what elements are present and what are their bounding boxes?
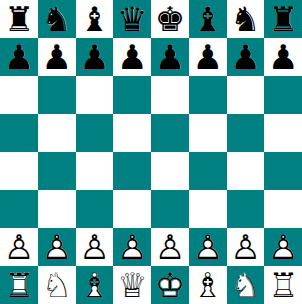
white-bishop-icon: ♗	[76, 266, 114, 304]
square-d6[interactable]	[113, 76, 151, 114]
square-g5[interactable]	[227, 114, 265, 152]
black-rook-icon: ♜	[264, 0, 302, 38]
black-pawn-icon: ♟	[227, 38, 265, 76]
square-d1[interactable]: ♛♕	[113, 266, 151, 304]
square-a1[interactable]: ♜♖	[0, 266, 38, 304]
square-a3[interactable]	[0, 190, 38, 228]
square-e3[interactable]	[151, 190, 189, 228]
white-queen-icon: ♕	[113, 266, 151, 304]
square-b4[interactable]	[38, 152, 76, 190]
black-knight-icon: ♞	[38, 0, 76, 38]
white-rook-icon: ♖	[0, 266, 38, 304]
black-rook-icon: ♜	[0, 0, 38, 38]
black-queen-icon: ♛	[113, 0, 151, 38]
square-c6[interactable]	[76, 76, 114, 114]
square-f4[interactable]	[189, 152, 227, 190]
square-c7[interactable]: ♙♟	[76, 38, 114, 76]
square-f2[interactable]: ♟♙	[189, 228, 227, 266]
square-f3[interactable]	[189, 190, 227, 228]
square-g7[interactable]: ♙♟	[227, 38, 265, 76]
square-h1[interactable]: ♜♖	[264, 266, 302, 304]
square-d4[interactable]	[113, 152, 151, 190]
square-b6[interactable]	[38, 76, 76, 114]
square-a8[interactable]: ♖♜	[0, 0, 38, 38]
white-pawn-icon: ♙	[76, 228, 114, 266]
square-g3[interactable]	[227, 190, 265, 228]
square-a4[interactable]	[0, 152, 38, 190]
square-d3[interactable]	[113, 190, 151, 228]
square-e4[interactable]	[151, 152, 189, 190]
square-c8[interactable]: ♗♝	[76, 0, 114, 38]
square-a2[interactable]: ♟♙	[0, 228, 38, 266]
square-e6[interactable]	[151, 76, 189, 114]
square-f5[interactable]	[189, 114, 227, 152]
white-pawn-icon: ♙	[38, 228, 76, 266]
square-e1[interactable]: ♚♔	[151, 266, 189, 304]
black-pawn-icon: ♟	[151, 38, 189, 76]
square-e2[interactable]: ♟♙	[151, 228, 189, 266]
black-bishop-icon: ♝	[76, 0, 114, 38]
square-h5[interactable]	[264, 114, 302, 152]
square-b7[interactable]: ♙♟	[38, 38, 76, 76]
white-knight-icon: ♘	[38, 266, 76, 304]
square-h6[interactable]	[264, 76, 302, 114]
square-c2[interactable]: ♟♙	[76, 228, 114, 266]
white-pawn-icon: ♙	[151, 228, 189, 266]
white-pawn-icon: ♙	[227, 228, 265, 266]
square-e8[interactable]: ♔♚	[151, 0, 189, 38]
white-pawn-icon: ♙	[189, 228, 227, 266]
square-d7[interactable]: ♙♟	[113, 38, 151, 76]
white-rook-icon: ♖	[264, 266, 302, 304]
square-h4[interactable]	[264, 152, 302, 190]
square-g1[interactable]: ♞♘	[227, 266, 265, 304]
square-f8[interactable]: ♗♝	[189, 0, 227, 38]
white-pawn-icon: ♙	[113, 228, 151, 266]
square-c5[interactable]	[76, 114, 114, 152]
square-h3[interactable]	[264, 190, 302, 228]
black-pawn-icon: ♟	[264, 38, 302, 76]
square-e5[interactable]	[151, 114, 189, 152]
black-bishop-icon: ♝	[189, 0, 227, 38]
square-e7[interactable]: ♙♟	[151, 38, 189, 76]
square-c3[interactable]	[76, 190, 114, 228]
square-a5[interactable]	[0, 114, 38, 152]
square-g2[interactable]: ♟♙	[227, 228, 265, 266]
black-knight-icon: ♞	[227, 0, 265, 38]
square-d8[interactable]: ♕♛	[113, 0, 151, 38]
square-f1[interactable]: ♝♗	[189, 266, 227, 304]
black-king-icon: ♚	[151, 0, 189, 38]
white-pawn-icon: ♙	[0, 228, 38, 266]
black-pawn-icon: ♟	[76, 38, 114, 76]
square-d5[interactable]	[113, 114, 151, 152]
square-f7[interactable]: ♙♟	[189, 38, 227, 76]
square-g4[interactable]	[227, 152, 265, 190]
square-a6[interactable]	[0, 76, 38, 114]
square-h8[interactable]: ♖♜	[264, 0, 302, 38]
square-d2[interactable]: ♟♙	[113, 228, 151, 266]
square-g6[interactable]	[227, 76, 265, 114]
square-g8[interactable]: ♘♞	[227, 0, 265, 38]
square-b1[interactable]: ♞♘	[38, 266, 76, 304]
square-b8[interactable]: ♘♞	[38, 0, 76, 38]
square-c4[interactable]	[76, 152, 114, 190]
black-pawn-icon: ♟	[189, 38, 227, 76]
square-a7[interactable]: ♙♟	[0, 38, 38, 76]
chess-board: ♖♜♘♞♗♝♕♛♔♚♗♝♘♞♖♜♙♟♙♟♙♟♙♟♙♟♙♟♙♟♙♟♟♙♟♙♟♙♟♙…	[0, 0, 302, 304]
square-h2[interactable]: ♟♙	[264, 228, 302, 266]
white-king-icon: ♔	[151, 266, 189, 304]
square-b3[interactable]	[38, 190, 76, 228]
square-b5[interactable]	[38, 114, 76, 152]
black-pawn-icon: ♟	[0, 38, 38, 76]
white-pawn-icon: ♙	[264, 228, 302, 266]
square-f6[interactable]	[189, 76, 227, 114]
black-pawn-icon: ♟	[113, 38, 151, 76]
white-bishop-icon: ♗	[189, 266, 227, 304]
black-pawn-icon: ♟	[38, 38, 76, 76]
square-h7[interactable]: ♙♟	[264, 38, 302, 76]
square-c1[interactable]: ♝♗	[76, 266, 114, 304]
white-knight-icon: ♘	[227, 266, 265, 304]
square-b2[interactable]: ♟♙	[38, 228, 76, 266]
